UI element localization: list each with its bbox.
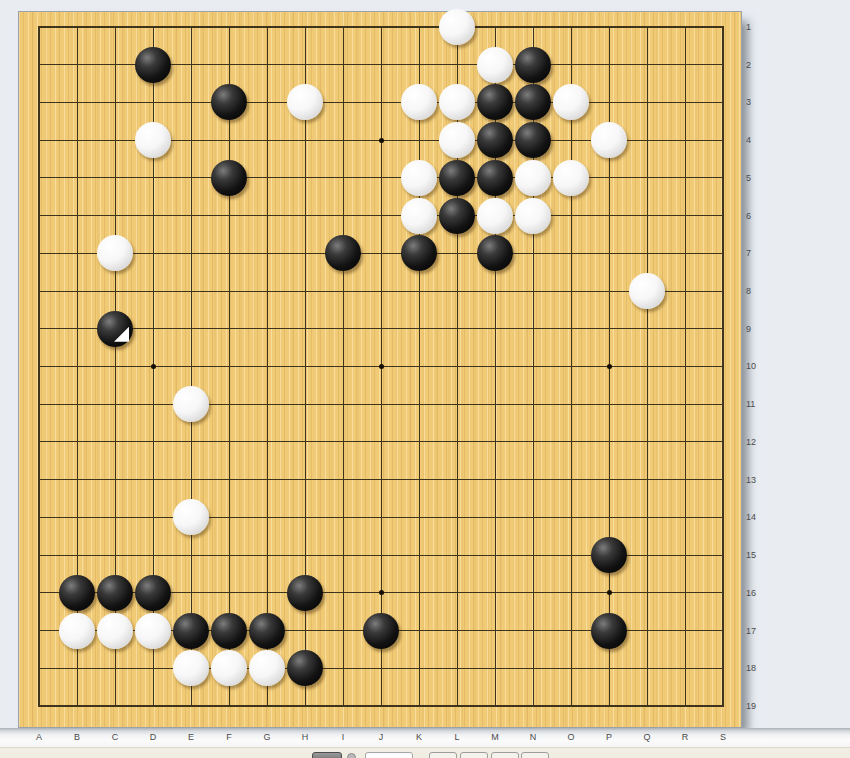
stone-black-P15: [591, 537, 627, 573]
stone-black-H18: [287, 650, 323, 686]
toolbar-button-dark[interactable]: [312, 752, 342, 758]
star-point: [607, 364, 612, 369]
stone-white-M6: [477, 198, 513, 234]
stone-black-N4: [515, 122, 551, 158]
row-label-6: 6: [746, 211, 764, 221]
toolbar-button-1[interactable]: [429, 752, 457, 758]
grid-line-horizontal: [38, 705, 724, 707]
col-label-E: E: [181, 732, 201, 742]
stone-black-D2: [135, 47, 171, 83]
row-label-16: 16: [746, 588, 764, 598]
stone-black-I7: [325, 235, 361, 271]
row-label-5: 5: [746, 173, 764, 183]
row-label-2: 2: [746, 60, 764, 70]
stone-black-G17: [249, 613, 285, 649]
stone-white-P4: [591, 122, 627, 158]
grid-line-horizontal: [38, 404, 724, 405]
toolbar-button-4[interactable]: [521, 752, 549, 758]
stone-white-C17: [97, 613, 133, 649]
stone-white-L3: [439, 84, 475, 120]
col-label-O: O: [561, 732, 581, 742]
row-label-10: 10: [746, 361, 764, 371]
col-label-I: I: [333, 732, 353, 742]
stone-white-K6: [401, 198, 437, 234]
star-point: [379, 364, 384, 369]
grid-line-vertical: [722, 26, 724, 707]
star-point: [151, 364, 156, 369]
grid-line-horizontal: [38, 517, 724, 518]
row-label-11: 11: [746, 399, 764, 409]
stone-white-D17: [135, 613, 171, 649]
col-label-F: F: [219, 732, 239, 742]
stone-black-K7: [401, 235, 437, 271]
stone-black-D16: [135, 575, 171, 611]
stone-black-F3: [211, 84, 247, 120]
stone-white-K5: [401, 160, 437, 196]
toolbar-button-2[interactable]: [460, 752, 488, 758]
stone-black-J17: [363, 613, 399, 649]
stone-white-D4: [135, 122, 171, 158]
col-label-L: L: [447, 732, 467, 742]
col-label-D: D: [143, 732, 163, 742]
grid-line-horizontal: [38, 668, 724, 669]
row-label-4: 4: [746, 135, 764, 145]
row-label-17: 17: [746, 626, 764, 636]
col-label-A: A: [29, 732, 49, 742]
col-label-C: C: [105, 732, 125, 742]
column-labels-band: ABCDEFGHIJKLMNOPQRS: [0, 728, 850, 747]
grid-line-horizontal: [38, 441, 724, 442]
toolbar-button-circle[interactable]: [347, 753, 356, 758]
col-label-K: K: [409, 732, 429, 742]
stone-white-E18: [173, 650, 209, 686]
star-point: [607, 590, 612, 595]
col-label-S: S: [713, 732, 733, 742]
col-label-P: P: [599, 732, 619, 742]
toolbar-button-3[interactable]: [491, 752, 519, 758]
stone-black-C16: [97, 575, 133, 611]
stone-white-O5: [553, 160, 589, 196]
stone-black-B16: [59, 575, 95, 611]
row-label-12: 12: [746, 437, 764, 447]
stone-white-L1: [439, 9, 475, 45]
stone-black-C9: [97, 311, 133, 347]
stone-black-L6: [439, 198, 475, 234]
row-label-13: 13: [746, 475, 764, 485]
row-label-7: 7: [746, 248, 764, 258]
grid-line-horizontal: [38, 479, 724, 480]
col-label-Q: Q: [637, 732, 657, 742]
stone-white-K3: [401, 84, 437, 120]
stone-black-N3: [515, 84, 551, 120]
row-label-3: 3: [746, 97, 764, 107]
row-label-19: 19: [746, 701, 764, 711]
stone-white-O3: [553, 84, 589, 120]
stone-black-F17: [211, 613, 247, 649]
stone-white-N5: [515, 160, 551, 196]
stone-black-M5: [477, 160, 513, 196]
stone-white-H3: [287, 84, 323, 120]
stone-black-M7: [477, 235, 513, 271]
col-label-G: G: [257, 732, 277, 742]
row-label-8: 8: [746, 286, 764, 296]
stone-black-H16: [287, 575, 323, 611]
stone-white-F18: [211, 650, 247, 686]
col-label-J: J: [371, 732, 391, 742]
row-label-18: 18: [746, 663, 764, 673]
row-label-1: 1: [746, 22, 764, 32]
stone-white-E14: [173, 499, 209, 535]
stone-black-N2: [515, 47, 551, 83]
go-board: [18, 11, 742, 728]
stone-black-M3: [477, 84, 513, 120]
stone-black-M4: [477, 122, 513, 158]
grid-line-vertical: [647, 26, 648, 707]
star-point: [379, 590, 384, 595]
col-label-H: H: [295, 732, 315, 742]
stone-white-E11: [173, 386, 209, 422]
stone-black-F5: [211, 160, 247, 196]
stone-black-E17: [173, 613, 209, 649]
last-move-marker: [114, 327, 129, 342]
stone-white-B17: [59, 613, 95, 649]
board-grid[interactable]: [39, 27, 723, 706]
grid-line-vertical: [419, 26, 420, 707]
col-label-M: M: [485, 732, 505, 742]
stone-white-L4: [439, 122, 475, 158]
stone-white-M2: [477, 47, 513, 83]
row-label-15: 15: [746, 550, 764, 560]
stone-black-P17: [591, 613, 627, 649]
stone-white-N6: [515, 198, 551, 234]
stone-white-G18: [249, 650, 285, 686]
stone-white-C7: [97, 235, 133, 271]
stone-black-L5: [439, 160, 475, 196]
col-label-N: N: [523, 732, 543, 742]
grid-line-vertical: [685, 26, 686, 707]
row-label-9: 9: [746, 324, 764, 334]
star-point: [379, 138, 384, 143]
toolbar-button-wide[interactable]: [365, 752, 413, 758]
stone-white-Q8: [629, 273, 665, 309]
col-label-R: R: [675, 732, 695, 742]
row-label-14: 14: [746, 512, 764, 522]
col-label-B: B: [67, 732, 87, 742]
bottom-toolbar: [0, 747, 850, 758]
grid-line-vertical: [571, 26, 572, 707]
